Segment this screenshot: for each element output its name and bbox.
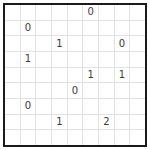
- cell-r2c8[interactable]: [115, 21, 130, 36]
- cell-r5c1[interactable]: [5, 68, 20, 83]
- cell-r8c3[interactable]: [36, 115, 51, 130]
- cell-r8c9[interactable]: [130, 115, 145, 130]
- cell-r7c5[interactable]: [68, 99, 83, 114]
- cell-r8c6[interactable]: [83, 115, 98, 130]
- cell-r4c1[interactable]: [5, 52, 20, 67]
- cell-r5c8[interactable]: 1: [115, 68, 130, 83]
- cell-r1c2[interactable]: [21, 5, 36, 20]
- cell-r6c7[interactable]: [99, 83, 114, 98]
- cell-r6c5[interactable]: 0: [68, 83, 83, 98]
- cell-r2c5[interactable]: [68, 21, 83, 36]
- cell-r2c6[interactable]: [83, 21, 98, 36]
- cell-r2c4[interactable]: [52, 21, 67, 36]
- cell-r1c9[interactable]: [130, 5, 145, 20]
- cell-r1c6[interactable]: 0: [83, 5, 98, 20]
- cell-r8c7[interactable]: 2: [99, 115, 114, 130]
- cell-r9c5[interactable]: [68, 130, 83, 145]
- cell-r7c3[interactable]: [36, 99, 51, 114]
- cell-r1c1[interactable]: [5, 5, 20, 20]
- cell-r5c9[interactable]: [130, 68, 145, 83]
- cell-r1c7[interactable]: [99, 5, 114, 20]
- cell-r6c9[interactable]: [130, 83, 145, 98]
- cell-r6c8[interactable]: [115, 83, 130, 98]
- cell-r5c7[interactable]: [99, 68, 114, 83]
- cell-r7c9[interactable]: [130, 99, 145, 114]
- cell-r9c6[interactable]: [83, 130, 98, 145]
- cell-r7c1[interactable]: [5, 99, 20, 114]
- cell-r6c2[interactable]: [21, 83, 36, 98]
- cell-r8c1[interactable]: [5, 115, 20, 130]
- cell-r4c7[interactable]: [99, 52, 114, 67]
- cell-r9c7[interactable]: [99, 130, 114, 145]
- cell-r5c4[interactable]: [52, 68, 67, 83]
- cell-r8c4[interactable]: 1: [52, 115, 67, 130]
- cell-r7c8[interactable]: [115, 99, 130, 114]
- puzzle-board: 00101110012: [3, 3, 147, 147]
- cell-r9c4[interactable]: [52, 130, 67, 145]
- cell-r3c1[interactable]: [5, 36, 20, 51]
- cell-r9c9[interactable]: [130, 130, 145, 145]
- cell-r4c2[interactable]: 1: [21, 52, 36, 67]
- cell-r4c6[interactable]: [83, 52, 98, 67]
- cell-r7c4[interactable]: [52, 99, 67, 114]
- cell-r5c5[interactable]: [68, 68, 83, 83]
- cell-r1c8[interactable]: [115, 5, 130, 20]
- cell-r2c3[interactable]: [36, 21, 51, 36]
- cell-r4c8[interactable]: [115, 52, 130, 67]
- cell-r6c1[interactable]: [5, 83, 20, 98]
- cell-r5c6[interactable]: 1: [83, 68, 98, 83]
- cell-r4c3[interactable]: [36, 52, 51, 67]
- cell-r9c1[interactable]: [5, 130, 20, 145]
- cell-r9c2[interactable]: [21, 130, 36, 145]
- cell-r2c9[interactable]: [130, 21, 145, 36]
- cell-r7c7[interactable]: [99, 99, 114, 114]
- cell-r1c4[interactable]: [52, 5, 67, 20]
- cell-r1c5[interactable]: [68, 5, 83, 20]
- cell-r1c3[interactable]: [36, 5, 51, 20]
- cell-r3c2[interactable]: [21, 36, 36, 51]
- cell-r3c4[interactable]: 1: [52, 36, 67, 51]
- cell-r3c9[interactable]: [130, 36, 145, 51]
- cell-r9c3[interactable]: [36, 130, 51, 145]
- cell-r2c1[interactable]: [5, 21, 20, 36]
- cell-r3c5[interactable]: [68, 36, 83, 51]
- cell-r4c9[interactable]: [130, 52, 145, 67]
- cell-r2c2[interactable]: 0: [21, 21, 36, 36]
- cell-r9c8[interactable]: [115, 130, 130, 145]
- cell-r5c2[interactable]: [21, 68, 36, 83]
- cell-r3c7[interactable]: [99, 36, 114, 51]
- cell-r5c3[interactable]: [36, 68, 51, 83]
- cell-r6c4[interactable]: [52, 83, 67, 98]
- cell-r7c2[interactable]: 0: [21, 99, 36, 114]
- cell-r3c6[interactable]: [83, 36, 98, 51]
- cell-r8c8[interactable]: [115, 115, 130, 130]
- cell-r8c5[interactable]: [68, 115, 83, 130]
- cell-r6c3[interactable]: [36, 83, 51, 98]
- cell-r4c5[interactable]: [68, 52, 83, 67]
- cell-r2c7[interactable]: [99, 21, 114, 36]
- cell-r8c2[interactable]: [21, 115, 36, 130]
- cell-r6c6[interactable]: [83, 83, 98, 98]
- cell-r4c4[interactable]: [52, 52, 67, 67]
- cell-r7c6[interactable]: [83, 99, 98, 114]
- cell-r3c3[interactable]: [36, 36, 51, 51]
- cell-r3c8[interactable]: 0: [115, 36, 130, 51]
